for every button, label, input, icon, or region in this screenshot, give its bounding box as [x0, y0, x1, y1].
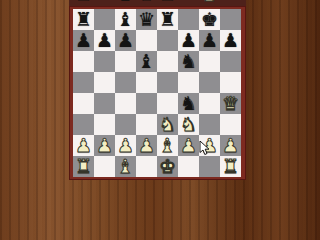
square-e8[interactable]: ♜	[157, 9, 178, 30]
piece-black-q: ♛	[136, 9, 157, 30]
square-c3[interactable]	[115, 114, 136, 135]
piece-black-p: ♟	[178, 30, 199, 51]
square-d5[interactable]	[136, 72, 157, 93]
square-g8[interactable]: ♚	[199, 9, 220, 30]
square-g1[interactable]	[199, 156, 220, 177]
square-c5[interactable]	[115, 72, 136, 93]
square-g4[interactable]	[199, 93, 220, 114]
clipped-piece-white: ♝	[199, 0, 220, 5]
square-f3[interactable]: ♞	[178, 114, 199, 135]
chess-board: ♜♝♛♜♚♟♟♟♟♟♟♝♞♞♛♞♞♟♟♟♟♝♟♟♟♜♝♚♜	[73, 9, 241, 177]
square-d4[interactable]	[136, 93, 157, 114]
piece-black-k: ♚	[199, 9, 220, 30]
square-f2[interactable]: ♟	[178, 135, 199, 156]
square-h5[interactable]	[220, 72, 241, 93]
square-g6[interactable]	[199, 51, 220, 72]
square-h2[interactable]: ♟	[220, 135, 241, 156]
piece-white-p: ♟	[73, 135, 94, 156]
square-b4[interactable]	[94, 93, 115, 114]
square-c8[interactable]: ♝	[115, 9, 136, 30]
square-c1[interactable]: ♝	[115, 156, 136, 177]
piece-black-b: ♝	[136, 51, 157, 72]
clipped-piece-black: ♜	[73, 0, 94, 5]
square-b8[interactable]	[94, 9, 115, 30]
square-b1[interactable]	[94, 156, 115, 177]
square-f1[interactable]	[178, 156, 199, 177]
square-f6[interactable]: ♞	[178, 51, 199, 72]
square-h6[interactable]	[220, 51, 241, 72]
square-a3[interactable]	[73, 114, 94, 135]
video-frame: { "game": "chess", "scene": "chess board…	[0, 0, 320, 180]
square-h8[interactable]	[220, 9, 241, 30]
square-d1[interactable]	[136, 156, 157, 177]
piece-black-p: ♟	[73, 30, 94, 51]
square-b6[interactable]	[94, 51, 115, 72]
square-e6[interactable]	[157, 51, 178, 72]
piece-black-b: ♝	[115, 9, 136, 30]
square-f8[interactable]	[178, 9, 199, 30]
clipped-piece-black: ♛	[136, 0, 157, 5]
piece-white-k: ♚	[157, 156, 178, 177]
square-e1[interactable]: ♚	[157, 156, 178, 177]
square-a7[interactable]: ♟	[73, 30, 94, 51]
square-f7[interactable]: ♟	[178, 30, 199, 51]
square-g3[interactable]	[199, 114, 220, 135]
square-c6[interactable]	[115, 51, 136, 72]
square-d3[interactable]	[136, 114, 157, 135]
piece-black-n: ♞	[178, 93, 199, 114]
board-frame: ♜♝♛♜♚♟♟♟♟♟♟♝♞♞♛♞♞♟♟♟♟♝♟♟♟♜♝♚♜	[69, 6, 246, 180]
clipped-piece-black: ♝	[115, 0, 136, 5]
square-b2[interactable]: ♟	[94, 135, 115, 156]
square-b3[interactable]	[94, 114, 115, 135]
square-c2[interactable]: ♟	[115, 135, 136, 156]
square-h3[interactable]	[220, 114, 241, 135]
piece-white-p: ♟	[178, 135, 199, 156]
piece-white-n: ♞	[178, 114, 199, 135]
piece-white-b: ♝	[115, 156, 136, 177]
square-a4[interactable]	[73, 93, 94, 114]
square-e4[interactable]	[157, 93, 178, 114]
piece-black-r: ♜	[73, 9, 94, 30]
piece-white-n: ♞	[157, 114, 178, 135]
square-h4[interactable]: ♛	[220, 93, 241, 114]
square-h1[interactable]: ♜	[220, 156, 241, 177]
square-a2[interactable]: ♟	[73, 135, 94, 156]
piece-black-p: ♟	[199, 30, 220, 51]
square-c7[interactable]: ♟	[115, 30, 136, 51]
mouse-cursor-icon	[199, 141, 210, 156]
piece-white-p: ♟	[136, 135, 157, 156]
square-f4[interactable]: ♞	[178, 93, 199, 114]
piece-white-r: ♜	[73, 156, 94, 177]
piece-white-r: ♜	[220, 156, 241, 177]
piece-black-p: ♟	[115, 30, 136, 51]
square-f5[interactable]	[178, 72, 199, 93]
piece-white-p: ♟	[94, 135, 115, 156]
square-e7[interactable]	[157, 30, 178, 51]
square-h7[interactable]: ♟	[220, 30, 241, 51]
square-a5[interactable]	[73, 72, 94, 93]
square-b5[interactable]	[94, 72, 115, 93]
piece-black-p: ♟	[94, 30, 115, 51]
square-d6[interactable]: ♝	[136, 51, 157, 72]
piece-black-r: ♜	[157, 9, 178, 30]
clipped-piece-black: ♜	[157, 0, 178, 5]
square-a6[interactable]	[73, 51, 94, 72]
square-d8[interactable]: ♛	[136, 9, 157, 30]
square-g7[interactable]: ♟	[199, 30, 220, 51]
square-d2[interactable]: ♟	[136, 135, 157, 156]
square-d7[interactable]	[136, 30, 157, 51]
square-e5[interactable]	[157, 72, 178, 93]
square-b7[interactable]: ♟	[94, 30, 115, 51]
square-a8[interactable]: ♜	[73, 9, 94, 30]
piece-white-q: ♛	[220, 93, 241, 114]
piece-white-p: ♟	[115, 135, 136, 156]
square-e3[interactable]: ♞	[157, 114, 178, 135]
piece-white-b: ♝	[157, 135, 178, 156]
piece-white-p: ♟	[220, 135, 241, 156]
piece-black-n: ♞	[178, 51, 199, 72]
square-a1[interactable]: ♜	[73, 156, 94, 177]
top-edge-clipped-pieces: ♜♝♛♜♝	[69, 0, 246, 6]
square-g5[interactable]	[199, 72, 220, 93]
square-c4[interactable]	[115, 93, 136, 114]
square-e2[interactable]: ♝	[157, 135, 178, 156]
piece-black-p: ♟	[220, 30, 241, 51]
